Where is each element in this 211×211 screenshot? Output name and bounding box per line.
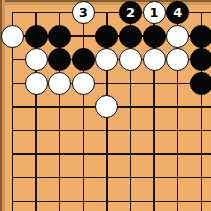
grid-vertical-line: [83, 12, 85, 211]
move-number-label: 1: [150, 6, 159, 19]
black-stone: [143, 25, 166, 48]
white-stone: 1: [143, 1, 166, 24]
move-number-label: 2: [126, 6, 135, 19]
grid-horizontal-line: [12, 130, 211, 132]
white-stone: [119, 48, 142, 71]
white-stone: [143, 48, 166, 71]
black-stone: [25, 25, 48, 48]
move-number-label: 3: [79, 6, 88, 19]
black-stone: [48, 25, 71, 48]
white-stone: [48, 72, 71, 95]
white-stone: [25, 72, 48, 95]
black-stone: 2: [119, 1, 142, 24]
black-stone: [72, 48, 95, 71]
black-stone: [190, 72, 211, 95]
white-stone: [1, 25, 24, 48]
white-stone: [95, 48, 118, 71]
white-stone: [25, 48, 48, 71]
black-stone: [190, 25, 211, 48]
white-stone: [72, 72, 95, 95]
white-stone: [166, 25, 189, 48]
black-stone: 4: [166, 1, 189, 24]
move-number-label: 4: [173, 6, 182, 19]
grid-horizontal-line: [12, 153, 211, 155]
black-stone: [95, 25, 118, 48]
grid-horizontal-line: [12, 201, 211, 203]
white-stone: 3: [72, 1, 95, 24]
black-stone: [190, 48, 211, 71]
white-stone: [166, 48, 189, 71]
white-stone: [95, 95, 118, 118]
grid-horizontal-line: [12, 177, 211, 179]
black-stone: [48, 48, 71, 71]
go-board[interactable]: 3214: [0, 0, 211, 211]
black-stone: [119, 25, 142, 48]
